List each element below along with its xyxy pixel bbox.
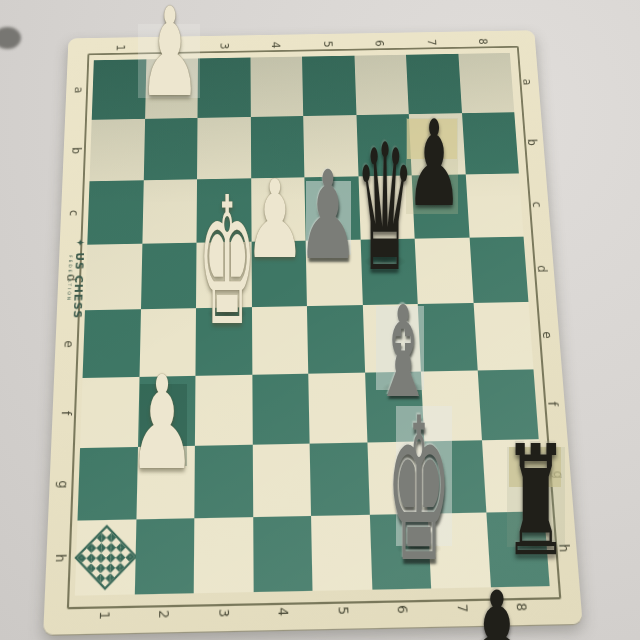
square-g5 bbox=[310, 442, 370, 515]
file-label-left-f: f bbox=[60, 411, 72, 416]
rank-label-top-3: 3 bbox=[218, 43, 229, 50]
square-b8 bbox=[462, 112, 519, 174]
file-label-left-h: h bbox=[54, 554, 67, 563]
square-h4 bbox=[253, 516, 313, 592]
square-c2 bbox=[142, 179, 197, 243]
square-b6 bbox=[356, 114, 412, 176]
square-d3 bbox=[196, 242, 251, 308]
square-b5 bbox=[303, 115, 358, 177]
square-c1 bbox=[87, 180, 143, 244]
square-g4 bbox=[252, 444, 311, 518]
file-label-right-g: g bbox=[551, 470, 564, 478]
square-h2 bbox=[134, 518, 194, 594]
square-f5 bbox=[308, 373, 367, 444]
file-label-left-a: a bbox=[73, 87, 85, 94]
square-c5 bbox=[304, 176, 360, 240]
square-f4 bbox=[252, 374, 310, 445]
square-b4 bbox=[250, 116, 304, 178]
square-d6 bbox=[360, 239, 418, 305]
us-chess-logo: ✦ US CHESS FEDERATION bbox=[57, 232, 86, 325]
square-g6 bbox=[367, 441, 428, 514]
square-e8 bbox=[473, 302, 533, 371]
coordinate-labels: 1122334455667788aabbccddeeffgghh bbox=[68, 30, 534, 38]
square-f3 bbox=[195, 375, 252, 446]
square-c7 bbox=[412, 174, 469, 238]
square-e5 bbox=[307, 305, 365, 374]
rank-label-top-1: 1 bbox=[115, 44, 126, 51]
us-chess-diamond-logo bbox=[74, 525, 137, 591]
square-b1 bbox=[90, 119, 145, 181]
square-b2 bbox=[143, 118, 197, 180]
square-c6 bbox=[358, 175, 415, 239]
square-a5 bbox=[302, 56, 356, 116]
square-a2 bbox=[145, 58, 198, 118]
square-h7 bbox=[428, 513, 491, 589]
square-a7 bbox=[406, 54, 462, 114]
file-label-right-c: c bbox=[531, 201, 543, 207]
square-d2 bbox=[140, 243, 196, 310]
square-g7 bbox=[424, 440, 486, 513]
rank-label-bottom-1: 1 bbox=[97, 611, 110, 620]
square-a3 bbox=[198, 58, 251, 118]
rank-label-top-6: 6 bbox=[374, 40, 385, 47]
square-b3 bbox=[197, 117, 251, 179]
square-e4 bbox=[251, 306, 308, 375]
file-label-right-h: h bbox=[557, 544, 570, 553]
rank-label-top-8: 8 bbox=[477, 38, 489, 45]
file-label-left-b: b bbox=[70, 147, 82, 154]
rank-label-top-5: 5 bbox=[322, 41, 333, 48]
square-f6 bbox=[365, 372, 425, 443]
square-f1 bbox=[80, 377, 139, 448]
square-c8 bbox=[465, 173, 523, 237]
square-b7 bbox=[409, 113, 465, 175]
file-label-left-c: c bbox=[68, 210, 80, 216]
file-label-right-d: d bbox=[536, 265, 548, 273]
square-a8 bbox=[458, 53, 514, 113]
file-label-right-e: e bbox=[541, 331, 554, 339]
square-d5 bbox=[306, 240, 363, 306]
square-g8 bbox=[481, 439, 544, 512]
square-a6 bbox=[354, 55, 409, 115]
square-d1 bbox=[85, 244, 142, 311]
square-e7 bbox=[418, 303, 477, 372]
square-g3 bbox=[194, 445, 252, 519]
square-e3 bbox=[195, 307, 251, 376]
square-d8 bbox=[469, 237, 528, 303]
square-h8 bbox=[486, 511, 550, 587]
file-label-left-e: e bbox=[62, 340, 74, 348]
file-label-right-a: a bbox=[521, 79, 533, 86]
square-d4 bbox=[251, 241, 307, 307]
file-label-right-b: b bbox=[526, 139, 538, 146]
square-c3 bbox=[197, 178, 252, 242]
square-g1 bbox=[77, 447, 137, 521]
square-h1 bbox=[75, 519, 136, 595]
square-h6 bbox=[369, 514, 431, 590]
file-label-left-g: g bbox=[57, 480, 70, 488]
square-e6 bbox=[362, 304, 421, 373]
square-h3 bbox=[194, 517, 253, 593]
square-f2 bbox=[137, 376, 195, 447]
rank-label-top-7: 7 bbox=[426, 39, 438, 46]
rank-label-bottom-2: 2 bbox=[157, 610, 170, 619]
square-e2 bbox=[139, 308, 196, 377]
rank-label-top-4: 4 bbox=[270, 42, 281, 49]
square-a4 bbox=[250, 57, 303, 117]
rank-label-bottom-8: 8 bbox=[515, 602, 528, 611]
square-f8 bbox=[477, 369, 538, 440]
rank-label-bottom-4: 4 bbox=[277, 607, 290, 616]
square-e1 bbox=[83, 309, 141, 378]
photo-scene: 1122334455667788aabbccddeeffgghh ✦ US CH… bbox=[0, 0, 640, 640]
chess-board-grid bbox=[75, 53, 550, 596]
chess-vinyl-mat: 1122334455667788aabbccddeeffgghh ✦ US CH… bbox=[43, 30, 582, 635]
square-g2 bbox=[136, 446, 195, 520]
square-c4 bbox=[251, 177, 306, 241]
rank-label-bottom-3: 3 bbox=[217, 609, 230, 618]
square-h5 bbox=[311, 515, 372, 591]
file-label-right-f: f bbox=[546, 401, 559, 406]
rank-label-top-2: 2 bbox=[166, 43, 177, 50]
square-f7 bbox=[421, 370, 482, 441]
square-a1 bbox=[92, 59, 146, 119]
rank-label-bottom-6: 6 bbox=[396, 605, 409, 614]
table-smudge bbox=[0, 27, 21, 49]
square-d7 bbox=[415, 238, 473, 304]
rank-label-bottom-7: 7 bbox=[455, 604, 468, 613]
rank-label-bottom-5: 5 bbox=[336, 606, 349, 615]
